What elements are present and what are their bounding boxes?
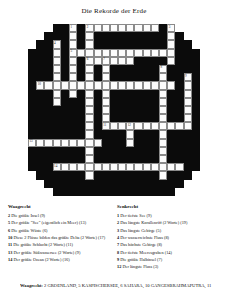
grid-cell-white[interactable] [159,90,167,98]
grid-cell-white[interactable] [85,81,93,89]
grid-cell-black [110,106,118,114]
clue-item-text: Das längste Korallenriff (2 Worte) (19) [120,220,187,225]
clue-item-text: Das längste Gebirge (5) [120,228,161,233]
grid-cell-white[interactable] [159,147,167,155]
grid-cell-black [28,147,36,155]
grid-cell-black [28,81,36,89]
grid-cell-black [94,90,102,98]
grid-cell-white[interactable] [94,139,102,147]
grid-cell-black [36,147,44,155]
clue-item: 11 Die größte Schlucht (2 Worte) (11) [8,242,112,248]
grid-cell-black [94,147,102,155]
grid-cell-black [151,147,159,155]
grid-cell-white[interactable] [61,139,69,147]
grid-cell-black [159,40,167,48]
grid-cell-white[interactable]: 3 [167,24,175,32]
grid-cell-black [44,65,52,73]
grid-cell-white[interactable] [143,81,151,89]
grid-cell-white[interactable] [110,24,118,32]
grid-cell-white[interactable] [143,49,151,57]
grid-cell-white[interactable] [167,122,175,130]
grid-cell-black [36,49,44,57]
grid-cell-white[interactable] [159,106,167,114]
grid-cell-black [192,139,200,147]
grid-cell-white[interactable] [69,40,77,48]
grid-cell-white[interactable] [167,32,175,40]
grid-cell-black [102,155,110,163]
grid-cell-white[interactable]: 12 [126,122,134,130]
grid-cell-black [118,171,126,179]
grid-cell-black [175,73,183,81]
grid-cell-black [69,171,77,179]
grid-cell-white[interactable] [53,90,61,98]
grid-cell-black [53,171,61,179]
grid-cell-black [143,65,151,73]
grid-cell-black [143,73,151,81]
grid-cell-white[interactable] [77,139,85,147]
grid-cell-black [118,139,126,147]
grid-cell-black [77,98,85,106]
grid-cell-black [77,57,85,65]
grid-cell-black [184,171,192,179]
grid-cell-white[interactable]: 13 [28,139,36,147]
grid-cell-white[interactable] [159,155,167,163]
grid-cell-white[interactable] [94,49,102,57]
clue-item-text: Die größte Halbinsel (7) [120,257,162,262]
grid-cell-black [126,147,134,155]
clue-item: 12 Der längste Fluss (3) [117,264,221,270]
grid-cell-white[interactable]: 8 [159,65,167,73]
grid-cell-white[interactable] [126,49,134,57]
grid-cell-white[interactable] [102,81,110,89]
grid-cell-outside [184,32,192,40]
grid-cell-black [134,155,142,163]
grid-cell-outside [192,180,200,188]
grid-cell-black [36,98,44,106]
grid-cell-white[interactable]: 10 [36,81,44,89]
clue-item: 5 Der größte "See" (eigentlich ein Meer)… [8,220,112,226]
clue-number: 6 [87,57,89,61]
grid-cell-black [143,106,151,114]
grid-cell-black [175,180,183,188]
grid-cell-white[interactable]: 4 [53,40,61,48]
grid-cell-white[interactable]: 5 [69,49,77,57]
grid-cell-black [61,40,69,48]
grid-cell-black [44,155,52,163]
grid-cell-white[interactable] [159,130,167,138]
grid-cell-white[interactable]: 14 [53,163,61,171]
grid-cell-black [110,139,118,147]
grid-cell-black [53,155,61,163]
grid-cell-white[interactable] [118,81,126,89]
grid-cell-black [77,130,85,138]
grid-cell-white[interactable] [69,57,77,65]
grid-cell-white[interactable] [118,24,126,32]
clue-item: 3 Das längste Gebirge (5) [117,228,221,234]
grid-cell-black [44,122,52,130]
grid-cell-white[interactable]: 9 [184,73,192,81]
grid-cell-black [44,114,52,122]
grid-cell-black [159,57,167,65]
grid-cell-white[interactable] [85,49,93,57]
grid-cell-white[interactable] [85,114,93,122]
grid-cell-white[interactable] [159,163,167,171]
grid-cell-black [94,155,102,163]
grid-cell-white[interactable] [184,90,192,98]
grid-cell-black [151,188,159,196]
grid-cell-white[interactable]: 7 [102,57,110,65]
grid-cell-white[interactable] [85,32,93,40]
grid-cell-white[interactable] [143,122,151,130]
grid-cell-outside [184,24,192,32]
grid-cell-black [69,188,77,196]
grid-cell-white[interactable] [85,171,93,179]
grid-cell-white[interactable] [151,81,159,89]
clue-item-text: Der größte Süßwassersee (2 Worte) (9) [13,250,80,255]
grid-cell-black [28,57,36,65]
grid-cell-white[interactable] [102,49,110,57]
grid-cell-black [143,180,151,188]
grid-cell-white[interactable] [94,24,102,32]
clue-item-text: Der tiefste Meeresgraben (14) [120,250,172,255]
grid-cell-white[interactable]: 2 [85,24,93,32]
grid-cell-white[interactable]: 1 [69,24,77,32]
grid-cell-white[interactable] [118,122,126,130]
grid-cell-black [126,171,134,179]
grid-cell-white[interactable] [184,98,192,106]
grid-cell-white[interactable] [85,65,93,73]
grid-cell-black [175,139,183,147]
grid-cell-black [175,90,183,98]
grid-cell-black [94,114,102,122]
grid-cell-white[interactable] [85,40,93,48]
grid-cell-white[interactable] [159,73,167,81]
grid-cell-white[interactable] [85,90,93,98]
grid-cell-black [167,188,175,196]
grid-cell-black [126,32,134,40]
grid-cell-white[interactable] [85,163,93,171]
clue-item-text: Die größte Wüste (6) [11,228,47,233]
grid-cell-black [61,90,69,98]
grid-cell-black [184,147,192,155]
grid-cell-black [44,163,52,171]
grid-cell-black [151,73,159,81]
grid-cell-white[interactable] [102,90,110,98]
grid-cell-black [184,57,192,65]
grid-cell-white[interactable] [167,57,175,65]
grid-cell-white[interactable] [159,81,167,89]
grid-cell-white[interactable] [151,49,159,57]
grid-cell-black [69,114,77,122]
grid-cell-black [36,106,44,114]
clue-item-text: Die größte Schlucht (2 Worte) (11) [13,242,73,247]
grid-cell-white[interactable] [134,49,142,57]
grid-cell-white[interactable] [134,24,142,32]
grid-cell-black [134,188,142,196]
clue-number: 9 [185,74,187,78]
grid-cell-black [69,130,77,138]
grid-cell-white[interactable] [102,73,110,81]
grid-cell-black [44,106,52,114]
grid-cell-black [192,81,200,89]
grid-cell-black [44,147,52,155]
down-clues-section: Senkrecht 1 Der tiefste See (9)2 Das län… [117,204,221,272]
grid-cell-black [28,114,36,122]
grid-cell-white[interactable] [159,98,167,106]
grid-cell-black [184,65,192,73]
grid-cell-white[interactable] [151,122,159,130]
grid-cell-white[interactable] [159,171,167,179]
grid-cell-white[interactable] [184,114,192,122]
grid-cell-black [61,122,69,130]
grid-cell-black [77,40,85,48]
grid-cell-white[interactable] [167,163,175,171]
grid-cell-white[interactable] [36,139,44,147]
grid-cell-white[interactable] [102,106,110,114]
grid-cell-white[interactable]: 11 [102,122,110,130]
grid-cell-black [118,106,126,114]
grid-cell-black [143,98,151,106]
grid-cell-white[interactable] [126,130,134,138]
grid-cell-white[interactable] [110,49,118,57]
grid-cell-black [159,180,167,188]
grid-cell-black [61,98,69,106]
grid-cell-black [143,32,151,40]
grid-cell-black [28,155,36,163]
grid-cell-white[interactable] [69,81,77,89]
grid-cell-white[interactable] [159,114,167,122]
grid-cell-black [151,65,159,73]
grid-cell-white[interactable] [143,163,151,171]
grid-cell-outside [192,40,200,48]
grid-cell-black [28,65,36,73]
grid-cell-white[interactable] [167,49,175,57]
grid-cell-black [36,155,44,163]
answer-key-label: Waagrecht: [20,283,43,288]
grid-cell-white[interactable] [102,163,110,171]
clue-item: 2 Das längste Korallenriff (2 Worte) (19… [117,220,221,226]
grid-cell-white[interactable] [159,49,167,57]
grid-cell-black [94,32,102,40]
grid-cell-white[interactable] [44,81,52,89]
across-clue-list: 2 Die größte Insel (9)5 Der größte "See"… [8,213,112,263]
grid-cell-black [94,180,102,188]
grid-cell-black [126,106,134,114]
grid-cell-white[interactable] [77,163,85,171]
grid-cell-white[interactable] [94,57,102,65]
grid-cell-black [126,114,134,122]
clue-number: 13 [30,139,33,143]
grid-cell-white[interactable] [85,73,93,81]
grid-cell-white[interactable] [85,106,93,114]
grid-cell-black [175,171,183,179]
grid-cell-black [192,122,200,130]
grid-cell-white[interactable] [94,163,102,171]
grid-cell-black [192,114,200,122]
grid-cell-white[interactable] [175,122,183,130]
grid-cell-white[interactable] [85,147,93,155]
grid-cell-white[interactable] [102,114,110,122]
grid-cell-black [192,57,200,65]
crossword-page: Die Rekorde der Erde 1234567891011121314… [0,0,228,295]
grid-cell-white[interactable] [134,163,142,171]
grid-cell-black [151,98,159,106]
grid-cell-black [143,114,151,122]
grid-cell-black [126,40,134,48]
grid-cell-black [126,90,134,98]
grid-cell-white[interactable] [85,130,93,138]
grid-cell-white[interactable] [53,65,61,73]
grid-cell-white[interactable] [126,163,134,171]
grid-cell-black [28,90,36,98]
grid-cell-white[interactable] [53,73,61,81]
grid-cell-black [44,73,52,81]
grid-cell-black [77,188,85,196]
grid-cell-black [118,40,126,48]
grid-cell-black [94,40,102,48]
grid-cell-white[interactable] [44,139,52,147]
grid-cell-white[interactable] [126,24,134,32]
grid-cell-white[interactable] [126,57,134,65]
grid-cell-black [69,98,77,106]
grid-cell-black [102,147,110,155]
grid-cell-white[interactable] [184,122,192,130]
grid-cell-white[interactable] [151,24,159,32]
grid-cell-white[interactable] [53,57,61,65]
grid-cell-black [118,155,126,163]
grid-cell-white[interactable] [69,32,77,40]
grid-cell-black [77,24,85,32]
grid-cell-white[interactable] [77,49,85,57]
grid-cell-white[interactable] [53,139,61,147]
grid-cell-black [175,114,183,122]
grid-cell-white[interactable] [61,163,69,171]
grid-cell-black [143,188,151,196]
grid-cell-white[interactable] [110,163,118,171]
grid-cell-white[interactable] [69,163,77,171]
grid-cell-white[interactable] [143,24,151,32]
grid-cell-white[interactable] [134,81,142,89]
grid-cell-black [175,49,183,57]
grid-cell-black [53,130,61,138]
grid-cell-black [192,147,200,155]
grid-cell-white[interactable] [159,139,167,147]
clue-number: 2 [87,25,89,29]
clue-item-text: Die größte Insel (9) [11,213,45,218]
grid-cell-black [69,122,77,130]
grid-cell-white[interactable] [167,40,175,48]
grid-cell-black [126,65,134,73]
grid-cell-black [61,24,69,32]
grid-cell-black [134,32,142,40]
grid-cell-white[interactable] [85,98,93,106]
grid-cell-outside [192,32,200,40]
grid-cell-outside [28,24,36,32]
grid-cell-black [126,155,134,163]
grid-cell-white[interactable] [159,122,167,130]
grid-cell-white[interactable] [184,106,192,114]
grid-cell-white[interactable] [110,57,118,65]
grid-cell-outside [192,24,200,32]
grid-cell-white[interactable] [175,163,183,171]
grid-cell-outside [44,24,52,32]
grid-cell-white[interactable] [53,81,61,89]
grid-cell-black [151,57,159,65]
grid-cell-black [175,155,183,163]
grid-cell-white[interactable] [94,81,102,89]
grid-cell-black [151,155,159,163]
grid-cell-white[interactable] [85,155,93,163]
grid-cell-white[interactable] [134,122,142,130]
crossword-grid: 1234567891011121314 [28,24,200,196]
grid-cell-white[interactable] [69,90,77,98]
grid-cell-black [192,163,200,171]
grid-cell-black [53,147,61,155]
grid-cell-white[interactable] [53,98,61,106]
grid-cell-black [118,147,126,155]
grid-cell-black [175,98,183,106]
grid-cell-black [44,130,52,138]
grid-cell-white[interactable] [126,139,134,147]
grid-cell-white[interactable] [85,122,93,130]
grid-cell-white[interactable] [53,49,61,57]
grid-cell-black [143,139,151,147]
grid-cell-white[interactable] [77,81,85,89]
grid-cell-white[interactable]: 6 [85,57,93,65]
grid-cell-black [61,32,69,40]
grid-cell-black [77,171,85,179]
grid-cell-outside [36,180,44,188]
grid-cell-black [167,73,175,81]
grid-cell-black [53,106,61,114]
grid-cell-black [94,98,102,106]
grid-cell-white[interactable] [118,49,126,57]
grid-cell-white[interactable] [85,139,93,147]
grid-cell-black [167,155,175,163]
grid-cell-white[interactable] [69,65,77,73]
grid-cell-white[interactable] [151,163,159,171]
grid-cell-white[interactable] [110,122,118,130]
grid-cell-white[interactable] [69,139,77,147]
grid-cell-white[interactable] [102,24,110,32]
grid-cell-white[interactable] [184,81,192,89]
grid-cell-white[interactable] [167,81,175,89]
grid-cell-black [143,40,151,48]
grid-cell-black [36,122,44,130]
grid-cell-black [69,155,77,163]
grid-cell-black [118,130,126,138]
grid-cell-black [118,98,126,106]
grid-cell-black [36,65,44,73]
clue-item: 7 Das höchste Gebirge (8) [117,242,221,248]
grid-cell-black [61,147,69,155]
grid-cell-white[interactable] [126,81,134,89]
grid-cell-black [134,57,142,65]
grid-cell-white[interactable] [69,73,77,81]
grid-cell-white[interactable] [110,81,118,89]
grid-cell-white[interactable] [118,57,126,65]
grid-cell-black [126,73,134,81]
grid-cell-white[interactable] [61,81,69,89]
grid-cell-white[interactable] [118,163,126,171]
grid-cell-black [110,188,118,196]
grid-cell-white[interactable] [102,98,110,106]
grid-cell-black [102,188,110,196]
grid-cell-white[interactable] [102,65,110,73]
grid-cell-black [192,130,200,138]
grid-cell-black [118,73,126,81]
grid-cell-black [184,49,192,57]
